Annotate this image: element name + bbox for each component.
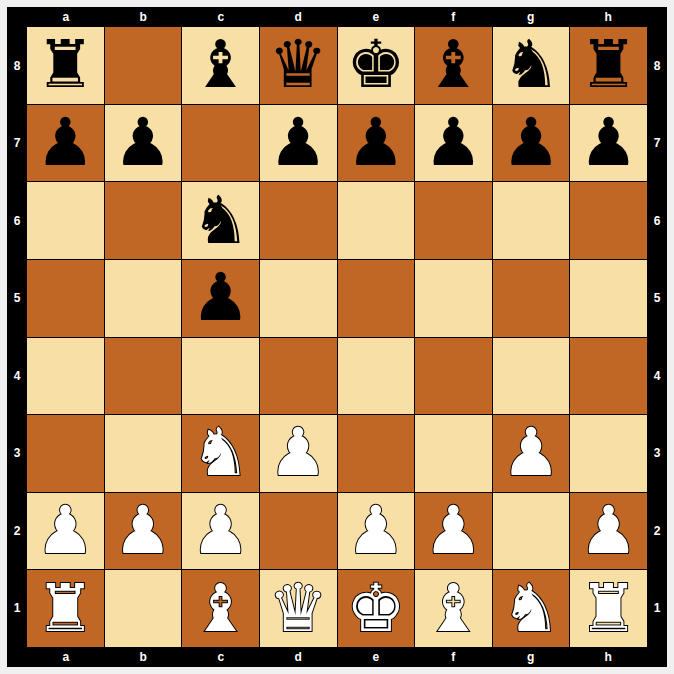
piece-white-pawn[interactable]: ♟ (501, 420, 560, 486)
file-label-f-top: f (415, 7, 493, 27)
square-a1[interactable]: ♜ (27, 570, 104, 647)
square-a7[interactable]: ♟ (27, 105, 104, 182)
square-e4[interactable] (338, 338, 415, 415)
square-b5[interactable] (105, 260, 182, 337)
piece-black-pawn[interactable]: ♟ (424, 110, 483, 176)
rank-label-2-left: 2 (7, 492, 27, 570)
square-f7[interactable]: ♟ (415, 105, 492, 182)
file-label-b-bottom: b (105, 647, 183, 667)
piece-white-pawn[interactable]: ♟ (36, 498, 95, 564)
piece-black-pawn[interactable]: ♟ (501, 110, 560, 176)
square-h5[interactable] (570, 260, 647, 337)
piece-white-knight[interactable]: ♞ (501, 576, 560, 642)
square-h6[interactable] (570, 182, 647, 259)
square-g4[interactable] (493, 338, 570, 415)
square-d7[interactable]: ♟ (260, 105, 337, 182)
square-f6[interactable] (415, 182, 492, 259)
piece-white-rook[interactable]: ♜ (36, 576, 95, 642)
square-a6[interactable] (27, 182, 104, 259)
square-b2[interactable]: ♟ (105, 493, 182, 570)
piece-black-rook[interactable]: ♜ (579, 32, 638, 98)
square-d2[interactable] (260, 493, 337, 570)
file-label-b-top: b (105, 7, 183, 27)
square-d5[interactable] (260, 260, 337, 337)
square-c5[interactable]: ♟ (182, 260, 259, 337)
piece-white-bishop[interactable]: ♝ (191, 576, 250, 642)
square-h7[interactable]: ♟ (570, 105, 647, 182)
square-c2[interactable]: ♟ (182, 493, 259, 570)
square-d1[interactable]: ♛ (260, 570, 337, 647)
square-b4[interactable] (105, 338, 182, 415)
square-a2[interactable]: ♟ (27, 493, 104, 570)
square-h3[interactable] (570, 415, 647, 492)
square-f3[interactable] (415, 415, 492, 492)
square-f4[interactable] (415, 338, 492, 415)
square-d6[interactable] (260, 182, 337, 259)
square-d3[interactable]: ♟ (260, 415, 337, 492)
piece-black-bishop[interactable]: ♝ (191, 32, 250, 98)
board-frame: abcdefgh 87654321 ♜♝♛♚♝♞♜♟♟♟♟♟♟♟♞♟♞♟♟♟♟♟… (7, 7, 667, 667)
file-label-e-top: e (337, 7, 415, 27)
square-g5[interactable] (493, 260, 570, 337)
piece-black-pawn[interactable]: ♟ (191, 265, 250, 331)
square-e5[interactable] (338, 260, 415, 337)
square-a3[interactable] (27, 415, 104, 492)
rank-label-4-right: 4 (647, 337, 667, 415)
piece-black-knight[interactable]: ♞ (501, 32, 560, 98)
square-f2[interactable]: ♟ (415, 493, 492, 570)
square-b7[interactable]: ♟ (105, 105, 182, 182)
piece-white-pawn[interactable]: ♟ (269, 420, 328, 486)
square-f8[interactable]: ♝ (415, 27, 492, 104)
rank-label-3-left: 3 (7, 415, 27, 493)
rank-label-3-right: 3 (647, 415, 667, 493)
file-label-c-top: c (182, 7, 260, 27)
square-g3[interactable]: ♟ (493, 415, 570, 492)
file-labels-top: abcdefgh (27, 7, 647, 27)
square-e2[interactable]: ♟ (338, 493, 415, 570)
square-e3[interactable] (338, 415, 415, 492)
square-d8[interactable]: ♛ (260, 27, 337, 104)
piece-black-king[interactable]: ♚ (346, 32, 405, 98)
piece-black-pawn[interactable]: ♟ (579, 110, 638, 176)
frame-corner-bottom-left (7, 647, 27, 667)
square-b3[interactable] (105, 415, 182, 492)
file-label-f-bottom: f (415, 647, 493, 667)
square-a4[interactable] (27, 338, 104, 415)
square-e6[interactable] (338, 182, 415, 259)
piece-white-pawn[interactable]: ♟ (424, 498, 483, 564)
square-c7[interactable] (182, 105, 259, 182)
rank-label-7-right: 7 (647, 105, 667, 183)
file-labels-bottom: abcdefgh (27, 647, 647, 667)
square-g2[interactable] (493, 493, 570, 570)
frame-corner-top-left (7, 7, 27, 27)
square-h4[interactable] (570, 338, 647, 415)
rank-labels-left: 87654321 (7, 27, 27, 647)
square-a8[interactable]: ♜ (27, 27, 104, 104)
square-h8[interactable]: ♜ (570, 27, 647, 104)
chess-board: ♜♝♛♚♝♞♜♟♟♟♟♟♟♟♞♟♞♟♟♟♟♟♟♟♟♜♝♛♚♝♞♜ (27, 27, 647, 647)
rank-label-8-right: 8 (647, 27, 667, 105)
file-label-e-bottom: e (337, 647, 415, 667)
file-label-d-bottom: d (260, 647, 338, 667)
rank-label-5-right: 5 (647, 260, 667, 338)
piece-white-king[interactable]: ♚ (346, 576, 405, 642)
square-a5[interactable] (27, 260, 104, 337)
file-label-h-bottom: h (570, 647, 648, 667)
file-label-h-top: h (570, 7, 648, 27)
piece-black-pawn[interactable]: ♟ (113, 110, 172, 176)
square-e8[interactable]: ♚ (338, 27, 415, 104)
square-c4[interactable] (182, 338, 259, 415)
rank-label-4-left: 4 (7, 337, 27, 415)
piece-black-queen[interactable]: ♛ (269, 32, 328, 98)
piece-white-pawn[interactable]: ♟ (579, 498, 638, 564)
square-g7[interactable]: ♟ (493, 105, 570, 182)
page: { "game": "chess", "position": { "fen": … (0, 0, 674, 674)
square-d4[interactable] (260, 338, 337, 415)
square-b6[interactable] (105, 182, 182, 259)
square-g8[interactable]: ♞ (493, 27, 570, 104)
piece-black-rook[interactable]: ♜ (36, 32, 95, 98)
piece-white-bishop[interactable]: ♝ (424, 576, 483, 642)
rank-label-5-left: 5 (7, 260, 27, 338)
rank-label-1-left: 1 (7, 570, 27, 648)
rank-label-6-left: 6 (7, 182, 27, 260)
frame-corner-bottom-right (647, 647, 667, 667)
piece-black-knight[interactable]: ♞ (191, 188, 250, 254)
file-label-d-top: d (260, 7, 338, 27)
file-label-a-top: a (27, 7, 105, 27)
piece-black-pawn[interactable]: ♟ (346, 110, 405, 176)
file-label-a-bottom: a (27, 647, 105, 667)
square-e7[interactable]: ♟ (338, 105, 415, 182)
square-c3[interactable]: ♞ (182, 415, 259, 492)
rank-label-7-left: 7 (7, 105, 27, 183)
rank-label-6-right: 6 (647, 182, 667, 260)
piece-white-rook[interactable]: ♜ (579, 576, 638, 642)
square-g1[interactable]: ♞ (493, 570, 570, 647)
square-h1[interactable]: ♜ (570, 570, 647, 647)
square-e1[interactable]: ♚ (338, 570, 415, 647)
file-label-c-bottom: c (182, 647, 260, 667)
square-f1[interactable]: ♝ (415, 570, 492, 647)
piece-black-bishop[interactable]: ♝ (424, 32, 483, 98)
piece-black-pawn[interactable]: ♟ (269, 110, 328, 176)
piece-white-pawn[interactable]: ♟ (346, 498, 405, 564)
piece-black-pawn[interactable]: ♟ (36, 110, 95, 176)
rank-label-2-right: 2 (647, 492, 667, 570)
square-c6[interactable]: ♞ (182, 182, 259, 259)
square-c8[interactable]: ♝ (182, 27, 259, 104)
piece-white-queen[interactable]: ♛ (269, 576, 328, 642)
piece-white-pawn[interactable]: ♟ (113, 498, 172, 564)
piece-white-knight[interactable]: ♞ (191, 420, 250, 486)
rank-label-8-left: 8 (7, 27, 27, 105)
square-c1[interactable]: ♝ (182, 570, 259, 647)
square-g6[interactable] (493, 182, 570, 259)
frame-corner-top-right (647, 7, 667, 27)
square-b8[interactable] (105, 27, 182, 104)
file-label-g-bottom: g (492, 647, 570, 667)
rank-label-1-right: 1 (647, 570, 667, 648)
square-f5[interactable] (415, 260, 492, 337)
piece-white-pawn[interactable]: ♟ (191, 498, 250, 564)
square-b1[interactable] (105, 570, 182, 647)
rank-labels-right: 87654321 (647, 27, 667, 647)
file-label-g-top: g (492, 7, 570, 27)
square-h2[interactable]: ♟ (570, 493, 647, 570)
